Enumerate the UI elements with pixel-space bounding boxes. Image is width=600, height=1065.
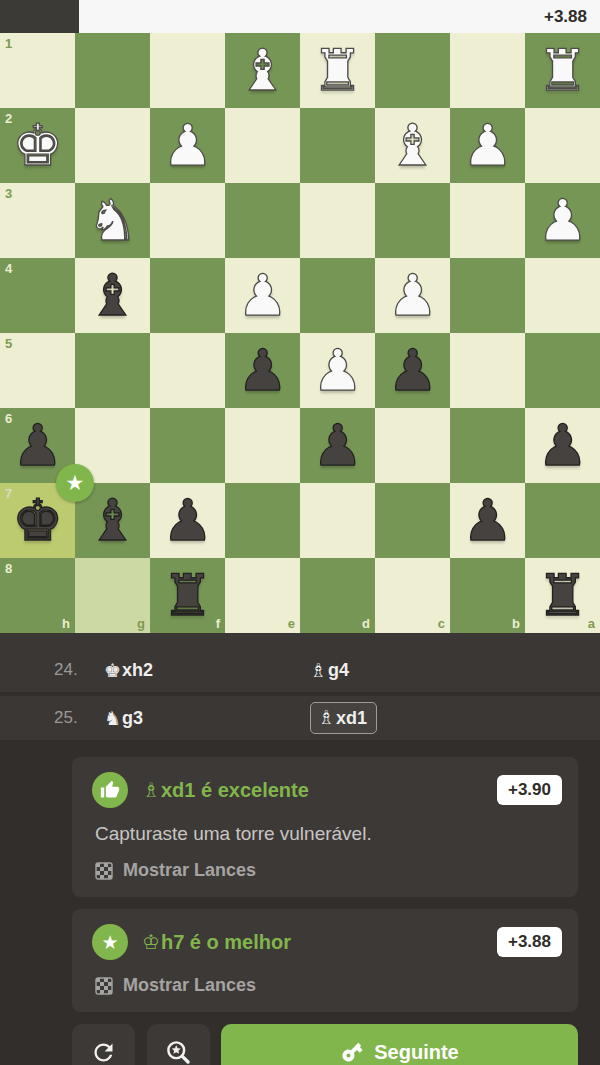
move-list: 23. ♝ e2 ♖ xh2+ 24. ♚ xh2 ♗ g4 xyxy=(0,633,600,740)
white-piece-figurine: ♞ xyxy=(104,707,121,729)
square-b2[interactable]: ♟ xyxy=(450,108,525,183)
square-c2[interactable]: ♝ xyxy=(375,108,450,183)
rank-label: 8 xyxy=(5,561,12,576)
black-bishop[interactable]: ♝ xyxy=(87,483,138,558)
evaluation-score: +3.88 xyxy=(544,0,587,33)
rank-label: 4 xyxy=(5,261,12,276)
square-d4[interactable] xyxy=(300,258,375,333)
file-label: a xyxy=(588,616,595,631)
square-g3[interactable]: ♞ xyxy=(75,183,150,258)
black-move-current[interactable]: ♗xd1 xyxy=(310,702,600,734)
square-a8[interactable]: a♜ xyxy=(525,558,600,633)
refresh-icon xyxy=(90,1039,117,1065)
square-b1[interactable] xyxy=(450,33,525,108)
square-h8[interactable]: 8h xyxy=(0,558,75,633)
black-pawn[interactable]: ♟ xyxy=(387,333,438,408)
square-h4[interactable]: 4 xyxy=(0,258,75,333)
black-piece-figurine: ♗ xyxy=(310,659,327,681)
file-label: g xyxy=(137,616,145,631)
square-e4[interactable]: ♟ xyxy=(225,258,300,333)
move-number: 23. xyxy=(54,633,104,636)
white-pawn[interactable]: ♟ xyxy=(162,108,213,183)
square-a3[interactable]: ♟ xyxy=(525,183,600,258)
move-text: g3 xyxy=(122,708,143,729)
move-number: 24. xyxy=(54,660,104,680)
square-e7[interactable] xyxy=(225,483,300,558)
move-row: 23. ♝ e2 ♖ xh2+ xyxy=(0,633,600,648)
move-text: xh2+ xyxy=(328,633,370,637)
thumbs-up-icon xyxy=(92,772,128,808)
square-b7[interactable]: ♟ xyxy=(450,483,525,558)
square-g1[interactable] xyxy=(75,33,150,108)
square-c4[interactable]: ♟ xyxy=(375,258,450,333)
square-d2[interactable] xyxy=(300,108,375,183)
black-pawn[interactable]: ♟ xyxy=(12,408,63,483)
white-pawn[interactable]: ♟ xyxy=(387,258,438,333)
square-g4[interactable]: ♝ xyxy=(75,258,150,333)
rank-label: 1 xyxy=(5,36,12,51)
square-d5[interactable]: ♟ xyxy=(300,333,375,408)
bishop-figurine: ♗ xyxy=(142,778,160,802)
white-bishop[interactable]: ♝ xyxy=(237,33,288,108)
black-pawn[interactable]: ♟ xyxy=(237,333,288,408)
key-icon xyxy=(335,1035,369,1065)
rank-label: 2 xyxy=(5,111,12,126)
square-g8[interactable]: g xyxy=(75,558,150,633)
square-c7[interactable] xyxy=(375,483,450,558)
white-piece-figurine: ♝ xyxy=(104,633,121,637)
square-c1[interactable] xyxy=(375,33,450,108)
square-b4[interactable] xyxy=(450,258,525,333)
square-f4[interactable] xyxy=(150,258,225,333)
feedback-title: ♗ xd1 é excelente xyxy=(142,778,309,802)
file-label: f xyxy=(216,616,220,631)
show-moves-link[interactable]: Mostrar Lances xyxy=(95,860,562,881)
feedback-title: ♔ h7 é o melhor xyxy=(142,930,291,954)
square-f2[interactable]: ♟ xyxy=(150,108,225,183)
best-move-feedback-card: ★ ♔ h7 é o melhor +3.88 xyxy=(72,909,578,1012)
square-a4[interactable] xyxy=(525,258,600,333)
white-knight[interactable]: ♞ xyxy=(87,183,138,258)
square-a2[interactable] xyxy=(525,108,600,183)
feedback-header: ♗ xd1 é excelente +3.90 xyxy=(92,772,562,808)
white-rook[interactable]: ♜ xyxy=(537,33,588,108)
feedback-title-text: h7 é o melhor xyxy=(161,931,291,954)
square-d8[interactable]: d xyxy=(300,558,375,633)
white-move[interactable]: ♝ e2 xyxy=(104,633,310,637)
square-e8[interactable]: e xyxy=(225,558,300,633)
black-piece-figurine: ♖ xyxy=(310,633,327,637)
file-label: e xyxy=(288,616,295,631)
square-h3[interactable]: 3 xyxy=(0,183,75,258)
rank-label: 7 xyxy=(5,486,12,501)
square-e1[interactable]: ♝ xyxy=(225,33,300,108)
square-e6[interactable] xyxy=(225,408,300,483)
rank-label: 5 xyxy=(5,336,12,351)
square-e3[interactable] xyxy=(225,183,300,258)
file-label: h xyxy=(62,616,70,631)
square-c3[interactable] xyxy=(375,183,450,258)
square-h5[interactable]: 5 xyxy=(0,333,75,408)
evaluation-badge: +3.90 xyxy=(497,775,562,805)
square-f1[interactable] xyxy=(150,33,225,108)
square-a1[interactable]: ♜ xyxy=(525,33,600,108)
black-bishop[interactable]: ♝ xyxy=(87,258,138,333)
white-rook[interactable]: ♜ xyxy=(312,33,363,108)
square-a6[interactable]: ♟ xyxy=(525,408,600,483)
rank-label: 3 xyxy=(5,186,12,201)
black-pawn[interactable]: ♟ xyxy=(312,408,363,483)
square-f3[interactable] xyxy=(150,183,225,258)
analysis-zoom-button[interactable] xyxy=(147,1024,210,1065)
square-b6[interactable] xyxy=(450,408,525,483)
rank-label: 6 xyxy=(5,411,12,426)
move-row: 24. ♚ xh2 ♗ g4 xyxy=(0,648,600,692)
file-label: d xyxy=(362,616,370,631)
black-move[interactable]: ♖ xh2+ xyxy=(310,633,600,637)
best-move-star-badge: ★ xyxy=(56,464,94,502)
black-king[interactable]: ♚ xyxy=(12,483,63,558)
black-pawn[interactable]: ♟ xyxy=(462,483,513,558)
feedback-comment: Capturaste uma torre vulnerável. xyxy=(95,823,562,845)
square-b8[interactable]: b xyxy=(450,558,525,633)
square-d6[interactable]: ♟ xyxy=(300,408,375,483)
best-move-star-icon: ★ xyxy=(92,924,128,960)
evaluation-badge: +3.88 xyxy=(497,927,562,957)
white-pawn[interactable]: ♟ xyxy=(312,333,363,408)
white-bishop[interactable]: ♝ xyxy=(387,108,438,183)
black-move[interactable]: ♗ g4 xyxy=(310,659,600,681)
file-label: b xyxy=(512,616,520,631)
square-b3[interactable] xyxy=(450,183,525,258)
show-moves-label: Mostrar Lances xyxy=(123,975,256,996)
move-row-clipped: 23. ♝ e2 ♖ xh2+ xyxy=(0,633,600,648)
bottom-controls: Seguinte xyxy=(72,1024,578,1065)
white-king[interactable]: ♚ xyxy=(12,108,63,183)
square-c5[interactable]: ♟ xyxy=(375,333,450,408)
square-e2[interactable] xyxy=(225,108,300,183)
white-move[interactable]: ♚ xh2 xyxy=(104,659,310,681)
square-d7[interactable] xyxy=(300,483,375,558)
show-moves-label: Mostrar Lances xyxy=(123,860,256,881)
next-button[interactable]: Seguinte xyxy=(221,1024,578,1065)
square-g5[interactable] xyxy=(75,333,150,408)
square-b5[interactable] xyxy=(450,333,525,408)
square-f6[interactable] xyxy=(150,408,225,483)
black-rook[interactable]: ♜ xyxy=(537,558,588,633)
white-move[interactable]: ♞ g3 xyxy=(104,707,310,729)
square-f7[interactable]: ♟ xyxy=(150,483,225,558)
file-label: c xyxy=(438,616,445,631)
next-button-label: Seguinte xyxy=(374,1041,458,1064)
mini-board-icon xyxy=(95,977,113,995)
square-c6[interactable] xyxy=(375,408,450,483)
square-a5[interactable] xyxy=(525,333,600,408)
show-moves-link[interactable]: Mostrar Lances xyxy=(95,975,562,996)
white-pawn[interactable]: ♟ xyxy=(237,258,288,333)
black-rook[interactable]: ♜ xyxy=(162,558,213,633)
black-pawn[interactable]: ♟ xyxy=(537,408,588,483)
black-pawn[interactable]: ♟ xyxy=(162,483,213,558)
square-f5[interactable] xyxy=(150,333,225,408)
move-text: xd1 xyxy=(336,708,367,728)
feedback-panel: ♗ xd1 é excelente +3.90 Capturaste uma t… xyxy=(0,757,600,1065)
white-pawn[interactable]: ♟ xyxy=(462,108,513,183)
mini-board-icon xyxy=(95,862,113,880)
square-d3[interactable] xyxy=(300,183,375,258)
game-review-screen: +3.88 1♝♜♜2♚♟♝♟3♞♟4♝♟♟5♟♟♟6♟♟♟7♚♝♟♟8hgf♜… xyxy=(0,0,600,1065)
move-number: 25. xyxy=(54,708,104,728)
square-h2[interactable]: 2♚ xyxy=(0,108,75,183)
king-figurine: ♔ xyxy=(142,930,160,954)
current-move-badge: ♗xd1 xyxy=(310,702,377,734)
square-c8[interactable]: c xyxy=(375,558,450,633)
evaluation-bar-black-segment xyxy=(0,0,79,33)
white-piece-figurine: ♚ xyxy=(104,659,121,681)
magnifier-star-icon xyxy=(165,1039,192,1065)
move-text: g4 xyxy=(328,660,349,681)
played-move-feedback-card: ♗ xd1 é excelente +3.90 Capturaste uma t… xyxy=(72,757,578,897)
feedback-title-text: xd1 é excelente xyxy=(161,779,309,802)
square-a7[interactable] xyxy=(525,483,600,558)
evaluation-bar: +3.88 xyxy=(0,0,600,33)
move-text: e2 xyxy=(122,633,142,637)
white-pawn[interactable]: ♟ xyxy=(537,183,588,258)
square-f8[interactable]: f♜ xyxy=(150,558,225,633)
move-row: 25. ♞ g3 ♗xd1 xyxy=(0,696,600,740)
chess-board[interactable]: 1♝♜♜2♚♟♝♟3♞♟4♝♟♟5♟♟♟6♟♟♟7♚♝♟♟8hgf♜edcba♜… xyxy=(0,33,600,633)
square-g2[interactable] xyxy=(75,108,150,183)
square-d1[interactable]: ♜ xyxy=(300,33,375,108)
square-h1[interactable]: 1 xyxy=(0,33,75,108)
feedback-header: ★ ♔ h7 é o melhor +3.88 xyxy=(92,924,562,960)
black-piece-figurine: ♗ xyxy=(318,706,335,728)
square-e5[interactable]: ♟ xyxy=(225,333,300,408)
move-text: xh2 xyxy=(122,660,153,681)
retry-button[interactable] xyxy=(72,1024,135,1065)
